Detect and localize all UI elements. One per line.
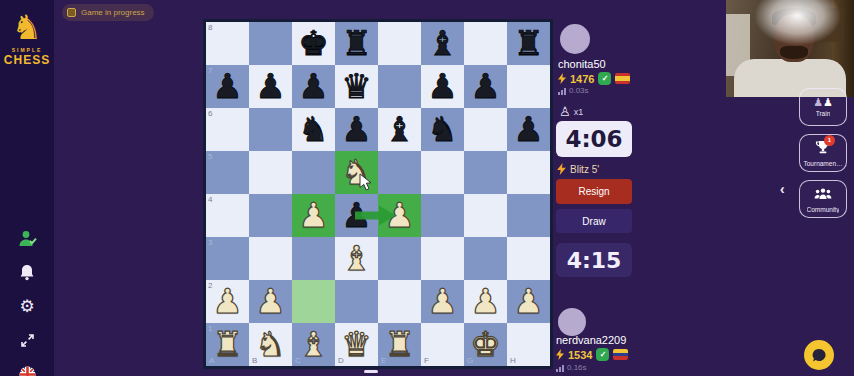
opponent-ping: 0.03s [569,86,589,95]
square-e7[interactable] [378,65,421,108]
rank-label-4: 4 [208,195,212,204]
piece-white-pawn-e4[interactable]: ♟ [378,194,421,237]
square-a3[interactable]: 3 [206,237,249,280]
square-b3[interactable] [249,237,292,280]
opponent-verified-icon: ✓ [598,72,611,85]
file-label-E: E [381,356,386,365]
rank-label-1: 1 [208,324,212,333]
train-button[interactable]: ♟♟ Train [799,88,847,126]
piece-black-king-c8[interactable]: ♚ [292,22,335,65]
sidebar: ♞ SIMPLE CHESS ⚙ [0,0,54,376]
piece-black-pawn-f7[interactable]: ♟ [421,65,464,108]
square-g1[interactable]: G♚ [464,323,507,366]
captured-pawn-icon: ♙ [559,105,571,118]
square-f2[interactable]: ♟ [421,280,464,323]
community-button[interactable]: Community [799,180,847,218]
captured-count: x1 [574,107,584,117]
resign-button[interactable]: Resign [556,179,632,204]
file-label-H: H [510,356,516,365]
square-h5[interactable] [507,151,550,194]
square-a7[interactable]: 7♟ [206,65,249,108]
webcam-light-glare [726,0,854,97]
square-a8[interactable]: 8 [206,22,249,65]
opponent-name[interactable]: chonita50 [558,58,606,70]
square-d7[interactable]: ♛ [335,65,378,108]
square-b8[interactable] [249,22,292,65]
train-pieces-icon: ♟♟ [813,97,833,108]
player-verified-icon: ✓ [596,348,609,361]
rank-label-6: 6 [208,109,212,118]
square-c6[interactable]: ♞ [292,108,335,151]
square-c2[interactable] [292,280,335,323]
square-e8[interactable] [378,22,421,65]
file-label-B: B [252,356,257,365]
player-rating: 1534 [568,349,592,361]
app-root: ♞ SIMPLE CHESS ⚙ Game in progress 8♚♜♝♜7… [0,0,854,376]
people-icon [814,186,832,204]
time-control-row: Blitz 5' [557,163,599,175]
opponent-ping-row: 0.03s [558,86,589,95]
square-g2[interactable]: ♟ [464,280,507,323]
square-d8[interactable]: ♜ [335,22,378,65]
piece-black-knight-c6[interactable]: ♞ [292,108,335,151]
square-b5[interactable] [249,151,292,194]
game-status-badge: Game in progress [62,4,154,21]
square-e2[interactable] [378,280,421,323]
fullscreen-expand-icon[interactable] [17,330,37,350]
webcam-video [726,0,854,97]
chat-bubble-icon [811,348,827,363]
square-e5[interactable] [378,151,421,194]
rank-label-7: 7 [208,66,212,75]
file-label-C: C [295,356,301,365]
piece-black-rook-h8[interactable]: ♜ [507,22,550,65]
piece-black-pawn-c7[interactable]: ♟ [292,65,335,108]
piece-black-pawn-b7[interactable]: ♟ [249,65,292,108]
square-f6[interactable]: ♞ [421,108,464,151]
square-a6[interactable]: 6 [206,108,249,151]
signal-bars-icon [556,365,564,372]
square-b2[interactable]: ♟ [249,280,292,323]
square-b1[interactable]: B♞ [249,323,292,366]
square-g3[interactable] [464,237,507,280]
square-h3[interactable] [507,237,550,280]
tournament-notification-badge: 1 [824,135,835,146]
draw-button[interactable]: Draw [556,209,632,233]
chess-board[interactable]: 8♚♜♝♜7♟♟♟♛♟♟6♞♟♝♞♟5♞4♟♟♟3♝2♟♟♟♟♟1A♜B♞C♝D… [206,22,550,366]
piece-black-pawn-g7[interactable]: ♟ [464,65,507,108]
square-c7[interactable]: ♟ [292,65,335,108]
square-h4[interactable] [507,194,550,237]
square-g7[interactable]: ♟ [464,65,507,108]
square-c3[interactable] [292,237,335,280]
square-a4[interactable]: 4 [206,194,249,237]
player-clock: 4:15 [556,243,632,277]
piece-white-pawn-g2[interactable]: ♟ [464,280,507,323]
square-f7[interactable]: ♟ [421,65,464,108]
opponent-rating: 1476 [570,73,594,85]
piece-black-queen-d7[interactable]: ♛ [335,65,378,108]
square-f5[interactable] [421,151,464,194]
piece-white-bishop-d3[interactable]: ♝ [335,237,378,280]
square-a1[interactable]: 1A♜ [206,323,249,366]
mouse-cursor [359,173,373,191]
square-f8[interactable]: ♝ [421,22,464,65]
player-name[interactable]: nerdvana2209 [556,334,626,346]
friends-online-icon[interactable] [17,228,37,248]
chess-board-frame: 8♚♜♝♜7♟♟♟♛♟♟6♞♟♝♞♟5♞4♟♟♟3♝2♟♟♟♟♟1A♜B♞C♝D… [203,19,553,369]
square-c8[interactable]: ♚ [292,22,335,65]
opponent-clock: 4:06 [556,121,632,157]
piece-white-pawn-h2[interactable]: ♟ [507,280,550,323]
square-h7[interactable] [507,65,550,108]
square-d2[interactable] [335,280,378,323]
square-g5[interactable] [464,151,507,194]
player-avatar[interactable] [558,308,586,336]
signal-bars-icon [558,88,566,95]
chat-button[interactable] [804,340,834,370]
square-f3[interactable] [421,237,464,280]
opponent-rating-row: 1476 ✓ [558,72,630,85]
square-f1[interactable]: F [421,323,464,366]
player-ping-row: 0.16s [556,363,587,372]
rating-bolt-icon [558,73,566,84]
square-c4[interactable]: ♟ [292,194,335,237]
square-a2[interactable]: 2♟ [206,280,249,323]
file-label-G: G [467,356,473,365]
square-g8[interactable] [464,22,507,65]
square-f4[interactable] [421,194,464,237]
logo-knight-icon: ♞ [0,8,54,46]
captured-pieces-row: ♙ x1 [559,105,583,118]
board-chip-icon [67,8,76,17]
square-e3[interactable] [378,237,421,280]
piece-black-rook-d8[interactable]: ♜ [335,22,378,65]
tournament-button[interactable]: 1 Tournamen… [799,134,847,172]
square-d4[interactable]: ♟ [335,194,378,237]
file-label-F: F [424,356,429,365]
piece-white-pawn-c4[interactable]: ♟ [292,194,335,237]
piece-white-pawn-b2[interactable]: ♟ [249,280,292,323]
piece-black-pawn-d6[interactable]: ♟ [335,108,378,151]
square-c5[interactable] [292,151,335,194]
piece-black-pawn-d4[interactable]: ♟ [335,194,378,237]
rank-label-2: 2 [208,281,212,290]
trophy-icon: 1 [815,140,831,158]
square-e4[interactable]: ♟ [378,194,421,237]
player-rating-row: 1534 ✓ [556,348,628,361]
file-label-A: A [209,356,214,365]
piece-black-knight-f6[interactable]: ♞ [421,108,464,151]
game-status-text: Game in progress [81,8,145,17]
opponent-avatar[interactable] [560,24,590,54]
notifications-bell-icon[interactable] [17,262,37,282]
blitz-bolt-icon [557,163,566,175]
logo-main-text: CHESS [0,53,54,67]
rating-bolt-icon [556,349,564,360]
square-h8[interactable]: ♜ [507,22,550,65]
square-h6[interactable]: ♟ [507,108,550,151]
square-a5[interactable]: 5 [206,151,249,194]
square-h1[interactable]: H [507,323,550,366]
player-ping: 0.16s [567,363,587,372]
settings-gear-icon[interactable]: ⚙ [17,296,37,316]
square-d3[interactable]: ♝ [335,237,378,280]
square-d6[interactable]: ♟ [335,108,378,151]
opponent-flag-spain [615,73,630,84]
square-b6[interactable] [249,108,292,151]
player-flag-venezuela [613,349,628,360]
site-logo[interactable]: ♞ SIMPLE CHESS [0,8,54,67]
square-g4[interactable] [464,194,507,237]
square-h2[interactable]: ♟ [507,280,550,323]
square-g6[interactable] [464,108,507,151]
square-b7[interactable]: ♟ [249,65,292,108]
square-c1[interactable]: C♝ [292,323,335,366]
rank-label-3: 3 [208,238,212,247]
time-control-label: Blitz 5' [570,164,599,175]
piece-white-pawn-f2[interactable]: ♟ [421,280,464,323]
square-b4[interactable] [249,194,292,237]
piece-black-bishop-f8[interactable]: ♝ [421,22,464,65]
board-resize-handle[interactable] [364,370,378,373]
collapse-panel-chevron[interactable]: ‹ [780,181,785,197]
square-e6[interactable]: ♝ [378,108,421,151]
piece-black-pawn-h6[interactable]: ♟ [507,108,550,151]
language-flag-icon[interactable] [17,364,37,376]
square-e1[interactable]: E♜ [378,323,421,366]
rank-label-8: 8 [208,23,212,32]
square-d1[interactable]: D♛ [335,323,378,366]
piece-black-bishop-e6[interactable]: ♝ [378,108,421,151]
file-label-D: D [338,356,344,365]
rank-label-5: 5 [208,152,212,161]
